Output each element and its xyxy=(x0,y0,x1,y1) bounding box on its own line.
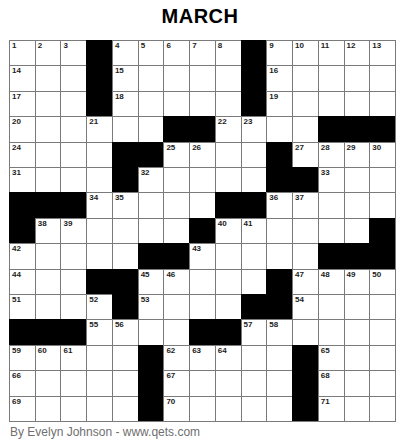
letter-cell[interactable]: 4 xyxy=(112,40,138,65)
letter-cell[interactable]: 55 xyxy=(86,319,112,344)
black-cell xyxy=(215,319,241,344)
letter-cell[interactable]: 42 xyxy=(9,243,35,268)
letter-cell[interactable] xyxy=(60,142,86,167)
letter-cell[interactable] xyxy=(344,345,370,370)
black-cell xyxy=(189,218,215,243)
letter-cell[interactable] xyxy=(60,269,86,294)
letter-cell[interactable] xyxy=(369,192,395,217)
black-cell xyxy=(9,319,35,344)
letter-cell[interactable]: 62 xyxy=(163,345,189,370)
letter-cell[interactable]: 67 xyxy=(163,370,189,395)
black-cell xyxy=(266,167,292,192)
black-cell xyxy=(112,142,138,167)
letter-cell[interactable] xyxy=(344,65,370,90)
letter-cell[interactable]: 15 xyxy=(112,65,138,90)
black-cell xyxy=(112,167,138,192)
letter-cell[interactable] xyxy=(266,396,292,421)
letter-cell[interactable]: 59 xyxy=(9,345,35,370)
black-cell xyxy=(86,269,112,294)
clue-number: 28 xyxy=(321,143,330,153)
letter-cell[interactable] xyxy=(292,218,318,243)
letter-cell[interactable]: 10 xyxy=(292,40,318,65)
letter-cell[interactable] xyxy=(344,370,370,395)
clue-number: 51 xyxy=(12,295,21,305)
clue-number: 49 xyxy=(347,270,356,280)
letter-cell[interactable] xyxy=(369,294,395,319)
clue-number: 35 xyxy=(115,193,124,203)
letter-cell[interactable] xyxy=(241,142,267,167)
letter-cell[interactable]: 71 xyxy=(318,396,344,421)
clue-number: 46 xyxy=(166,270,175,280)
letter-cell[interactable] xyxy=(189,167,215,192)
letter-cell[interactable] xyxy=(86,243,112,268)
letter-cell[interactable] xyxy=(318,218,344,243)
black-cell xyxy=(138,396,164,421)
letter-cell[interactable] xyxy=(292,91,318,116)
letter-cell[interactable] xyxy=(112,345,138,370)
clue-number: 38 xyxy=(38,219,47,229)
clue-number: 68 xyxy=(321,371,330,381)
black-cell xyxy=(344,243,370,268)
letter-cell[interactable] xyxy=(266,345,292,370)
clue-number: 5 xyxy=(141,41,145,51)
letter-cell[interactable] xyxy=(344,167,370,192)
clue-number: 32 xyxy=(141,168,150,178)
clue-number: 58 xyxy=(269,320,278,330)
clue-number: 47 xyxy=(295,270,304,280)
letter-cell[interactable] xyxy=(292,319,318,344)
clue-number: 30 xyxy=(372,143,381,153)
letter-cell[interactable]: 17 xyxy=(9,91,35,116)
clue-number: 62 xyxy=(166,346,175,356)
letter-cell[interactable]: 35 xyxy=(112,192,138,217)
letter-cell[interactable]: 38 xyxy=(35,218,61,243)
letter-cell[interactable] xyxy=(215,396,241,421)
clue-number: 9 xyxy=(269,41,273,51)
clue-number: 56 xyxy=(115,320,124,330)
letter-cell[interactable] xyxy=(86,218,112,243)
letter-cell[interactable]: 19 xyxy=(266,91,292,116)
clue-number: 40 xyxy=(218,219,227,229)
clue-number: 61 xyxy=(63,346,72,356)
letter-cell[interactable]: 66 xyxy=(9,370,35,395)
letter-cell[interactable] xyxy=(35,243,61,268)
clue-number: 64 xyxy=(218,346,227,356)
letter-cell[interactable]: 65 xyxy=(318,345,344,370)
letter-cell[interactable] xyxy=(189,396,215,421)
letter-cell[interactable] xyxy=(344,218,370,243)
letter-cell[interactable]: 52 xyxy=(86,294,112,319)
letter-cell[interactable] xyxy=(369,396,395,421)
clue-number: 43 xyxy=(192,244,201,254)
letter-cell[interactable]: 36 xyxy=(266,192,292,217)
black-cell xyxy=(369,243,395,268)
black-cell xyxy=(35,319,61,344)
letter-cell[interactable] xyxy=(369,91,395,116)
letter-cell[interactable]: 58 xyxy=(266,319,292,344)
letter-cell[interactable]: 61 xyxy=(60,345,86,370)
clue-number: 8 xyxy=(218,41,222,51)
letter-cell[interactable]: 16 xyxy=(266,65,292,90)
black-cell xyxy=(266,294,292,319)
clue-number: 2 xyxy=(38,41,42,51)
letter-cell[interactable]: 57 xyxy=(241,319,267,344)
letter-cell[interactable]: 1 xyxy=(9,40,35,65)
letter-cell[interactable]: 27 xyxy=(292,142,318,167)
letter-cell[interactable] xyxy=(112,370,138,395)
clue-number: 3 xyxy=(63,41,67,51)
letter-cell[interactable] xyxy=(215,269,241,294)
letter-cell[interactable] xyxy=(86,167,112,192)
letter-cell[interactable] xyxy=(35,396,61,421)
black-cell xyxy=(112,294,138,319)
letter-cell[interactable] xyxy=(292,116,318,141)
clue-number: 70 xyxy=(166,397,175,407)
letter-cell[interactable]: 12 xyxy=(344,40,370,65)
letter-cell[interactable] xyxy=(369,65,395,90)
letter-cell[interactable] xyxy=(163,192,189,217)
letter-cell[interactable] xyxy=(189,65,215,90)
clue-number: 54 xyxy=(295,295,304,305)
letter-cell[interactable]: 14 xyxy=(9,65,35,90)
clue-number: 48 xyxy=(321,270,330,280)
letter-cell[interactable] xyxy=(60,294,86,319)
letter-cell[interactable] xyxy=(112,243,138,268)
letter-cell[interactable] xyxy=(189,370,215,395)
black-cell xyxy=(138,243,164,268)
letter-cell[interactable] xyxy=(86,370,112,395)
letter-cell[interactable] xyxy=(138,319,164,344)
letter-cell[interactable] xyxy=(215,243,241,268)
black-cell xyxy=(241,91,267,116)
black-cell xyxy=(112,269,138,294)
letter-cell[interactable] xyxy=(215,91,241,116)
letter-cell[interactable] xyxy=(60,167,86,192)
letter-cell[interactable] xyxy=(86,396,112,421)
letter-cell[interactable]: 5 xyxy=(138,40,164,65)
letter-cell[interactable]: 29 xyxy=(344,142,370,167)
letter-cell[interactable] xyxy=(163,91,189,116)
letter-cell[interactable]: 2 xyxy=(35,40,61,65)
letter-cell[interactable]: 69 xyxy=(9,396,35,421)
black-cell xyxy=(292,167,318,192)
letter-cell[interactable] xyxy=(35,294,61,319)
clue-number: 22 xyxy=(218,117,227,127)
letter-cell[interactable] xyxy=(369,319,395,344)
letter-cell[interactable]: 60 xyxy=(35,345,61,370)
letter-cell[interactable] xyxy=(35,269,61,294)
black-cell xyxy=(60,192,86,217)
letter-cell[interactable] xyxy=(60,116,86,141)
letter-cell[interactable] xyxy=(266,116,292,141)
clue-number: 41 xyxy=(244,219,253,229)
letter-cell[interactable] xyxy=(241,396,267,421)
clue-number: 34 xyxy=(89,193,98,203)
black-cell xyxy=(189,116,215,141)
letter-cell[interactable] xyxy=(60,396,86,421)
clue-number: 14 xyxy=(12,66,21,76)
letter-cell[interactable]: 32 xyxy=(138,167,164,192)
letter-cell[interactable] xyxy=(215,294,241,319)
letter-cell[interactable] xyxy=(292,243,318,268)
letter-cell[interactable] xyxy=(241,167,267,192)
letter-cell[interactable]: 8 xyxy=(215,40,241,65)
letter-cell[interactable]: 37 xyxy=(292,192,318,217)
black-cell xyxy=(292,345,318,370)
letter-cell[interactable] xyxy=(215,370,241,395)
letter-cell[interactable] xyxy=(344,91,370,116)
black-cell xyxy=(292,370,318,395)
letter-cell[interactable] xyxy=(318,192,344,217)
clue-number: 57 xyxy=(244,320,253,330)
letter-cell[interactable]: 31 xyxy=(9,167,35,192)
black-cell xyxy=(318,116,344,141)
clue-number: 45 xyxy=(141,270,150,280)
letter-cell[interactable] xyxy=(266,370,292,395)
black-cell xyxy=(138,370,164,395)
clue-number: 52 xyxy=(89,295,98,305)
letter-cell[interactable]: 18 xyxy=(112,91,138,116)
black-cell xyxy=(241,294,267,319)
letter-cell[interactable] xyxy=(241,370,267,395)
letter-cell[interactable] xyxy=(266,243,292,268)
letter-cell[interactable] xyxy=(318,319,344,344)
clue-number: 20 xyxy=(12,117,21,127)
letter-cell[interactable]: 26 xyxy=(189,142,215,167)
clue-number: 71 xyxy=(321,397,330,407)
black-cell xyxy=(344,116,370,141)
letter-cell[interactable]: 46 xyxy=(163,269,189,294)
letter-cell[interactable]: 54 xyxy=(292,294,318,319)
black-cell xyxy=(241,40,267,65)
clue-number: 53 xyxy=(141,295,150,305)
letter-cell[interactable]: 24 xyxy=(9,142,35,167)
letter-cell[interactable]: 25 xyxy=(163,142,189,167)
letter-cell[interactable] xyxy=(60,65,86,90)
black-cell xyxy=(86,91,112,116)
letter-cell[interactable] xyxy=(241,269,267,294)
black-cell xyxy=(163,116,189,141)
black-cell xyxy=(189,319,215,344)
clue-number: 60 xyxy=(38,346,47,356)
letter-cell[interactable] xyxy=(292,65,318,90)
letter-cell[interactable]: 7 xyxy=(189,40,215,65)
letter-cell[interactable] xyxy=(163,294,189,319)
letter-cell[interactable]: 20 xyxy=(9,116,35,141)
letter-cell[interactable] xyxy=(35,370,61,395)
black-cell xyxy=(241,65,267,90)
clue-number: 18 xyxy=(115,92,124,102)
letter-cell[interactable] xyxy=(138,91,164,116)
letter-cell[interactable]: 23 xyxy=(241,116,267,141)
letter-cell[interactable]: 33 xyxy=(318,167,344,192)
letter-cell[interactable] xyxy=(138,192,164,217)
clue-number: 19 xyxy=(269,92,278,102)
clue-number: 11 xyxy=(321,41,329,51)
letter-cell[interactable] xyxy=(35,91,61,116)
clue-number: 12 xyxy=(347,41,356,51)
letter-cell[interactable]: 48 xyxy=(318,269,344,294)
letter-cell[interactable] xyxy=(215,167,241,192)
clue-number: 67 xyxy=(166,371,175,381)
black-cell xyxy=(86,65,112,90)
letter-cell[interactable]: 47 xyxy=(292,269,318,294)
page-title: MARCH xyxy=(0,4,400,28)
letter-cell[interactable]: 40 xyxy=(215,218,241,243)
letter-cell[interactable] xyxy=(60,91,86,116)
letter-cell[interactable] xyxy=(189,192,215,217)
letter-cell[interactable] xyxy=(35,65,61,90)
letter-cell[interactable] xyxy=(189,91,215,116)
letter-cell[interactable] xyxy=(369,370,395,395)
letter-cell[interactable]: 56 xyxy=(112,319,138,344)
clue-number: 31 xyxy=(12,168,21,178)
letter-cell[interactable]: 34 xyxy=(86,192,112,217)
letter-cell[interactable]: 50 xyxy=(369,269,395,294)
letter-cell[interactable] xyxy=(241,345,267,370)
clue-number: 69 xyxy=(12,397,21,407)
letter-cell[interactable]: 63 xyxy=(189,345,215,370)
letter-cell[interactable] xyxy=(112,396,138,421)
clue-number: 55 xyxy=(89,320,98,330)
letter-cell[interactable]: 21 xyxy=(86,116,112,141)
clue-number: 37 xyxy=(295,193,304,203)
letter-cell[interactable] xyxy=(35,142,61,167)
letter-cell[interactable]: 44 xyxy=(9,269,35,294)
clue-number: 65 xyxy=(321,346,330,356)
letter-cell[interactable]: 68 xyxy=(318,370,344,395)
letter-cell[interactable] xyxy=(344,294,370,319)
clue-number: 1 xyxy=(12,41,16,51)
clue-number: 25 xyxy=(166,143,175,153)
letter-cell[interactable] xyxy=(163,319,189,344)
letter-cell[interactable] xyxy=(60,370,86,395)
letter-cell[interactable]: 28 xyxy=(318,142,344,167)
letter-cell[interactable] xyxy=(344,396,370,421)
clue-number: 15 xyxy=(115,66,124,76)
letter-cell[interactable] xyxy=(189,269,215,294)
letter-cell[interactable] xyxy=(215,142,241,167)
letter-cell[interactable]: 43 xyxy=(189,243,215,268)
clue-number: 36 xyxy=(269,193,278,203)
byline: By Evelyn Johnson - www.qets.com xyxy=(10,425,400,439)
clue-number: 42 xyxy=(12,244,21,254)
crossword-grid: 1234567891011121314151617181920212223242… xyxy=(9,40,396,422)
black-cell xyxy=(138,142,164,167)
black-cell xyxy=(241,192,267,217)
clue-number: 63 xyxy=(192,346,201,356)
black-cell xyxy=(215,192,241,217)
clue-number: 17 xyxy=(12,92,21,102)
clue-number: 4 xyxy=(115,41,119,51)
letter-cell[interactable] xyxy=(318,65,344,90)
black-cell xyxy=(318,243,344,268)
clue-number: 50 xyxy=(372,270,381,280)
letter-cell[interactable] xyxy=(163,65,189,90)
clue-number: 10 xyxy=(295,41,304,51)
clue-number: 27 xyxy=(295,143,304,153)
clue-number: 24 xyxy=(12,143,21,153)
black-cell xyxy=(266,269,292,294)
clue-number: 33 xyxy=(321,168,330,178)
black-cell xyxy=(60,319,86,344)
letter-cell[interactable]: 11 xyxy=(318,40,344,65)
letter-cell[interactable] xyxy=(138,218,164,243)
letter-cell[interactable] xyxy=(318,91,344,116)
letter-cell[interactable] xyxy=(86,345,112,370)
letter-cell[interactable] xyxy=(266,218,292,243)
letter-cell[interactable]: 49 xyxy=(344,269,370,294)
black-cell xyxy=(35,192,61,217)
letter-cell[interactable]: 70 xyxy=(163,396,189,421)
letter-cell[interactable] xyxy=(86,142,112,167)
letter-cell[interactable] xyxy=(215,65,241,90)
black-cell xyxy=(138,345,164,370)
letter-cell[interactable] xyxy=(318,294,344,319)
letter-cell[interactable]: 30 xyxy=(369,142,395,167)
letter-cell[interactable] xyxy=(112,218,138,243)
clue-number: 39 xyxy=(63,219,72,229)
black-cell xyxy=(292,396,318,421)
clue-number: 23 xyxy=(244,117,253,127)
black-cell xyxy=(86,40,112,65)
clue-number: 26 xyxy=(192,143,201,153)
letter-cell[interactable] xyxy=(163,218,189,243)
black-cell xyxy=(369,116,395,141)
letter-cell[interactable]: 6 xyxy=(163,40,189,65)
clue-number: 44 xyxy=(12,270,21,280)
letter-cell[interactable] xyxy=(112,116,138,141)
clue-number: 13 xyxy=(372,41,381,51)
letter-cell[interactable] xyxy=(35,167,61,192)
letter-cell[interactable]: 13 xyxy=(369,40,395,65)
clue-number: 29 xyxy=(347,143,356,153)
letter-cell[interactable] xyxy=(369,167,395,192)
clue-number: 6 xyxy=(166,41,170,51)
letter-cell[interactable]: 41 xyxy=(241,218,267,243)
letter-cell[interactable]: 45 xyxy=(138,269,164,294)
clue-number: 21 xyxy=(89,117,98,127)
letter-cell[interactable]: 64 xyxy=(215,345,241,370)
black-cell xyxy=(266,142,292,167)
letter-cell[interactable] xyxy=(344,192,370,217)
letter-cell[interactable]: 22 xyxy=(215,116,241,141)
letter-cell[interactable] xyxy=(138,65,164,90)
black-cell xyxy=(163,243,189,268)
letter-cell[interactable]: 39 xyxy=(60,218,86,243)
letter-cell[interactable] xyxy=(241,243,267,268)
letter-cell[interactable]: 51 xyxy=(9,294,35,319)
letter-cell[interactable]: 9 xyxy=(266,40,292,65)
clue-number: 16 xyxy=(269,66,278,76)
letter-cell[interactable]: 3 xyxy=(60,40,86,65)
letter-cell[interactable] xyxy=(35,116,61,141)
letter-cell[interactable] xyxy=(189,294,215,319)
letter-cell[interactable] xyxy=(60,243,86,268)
letter-cell[interactable] xyxy=(138,116,164,141)
black-cell xyxy=(9,218,35,243)
letter-cell[interactable]: 53 xyxy=(138,294,164,319)
clue-number: 66 xyxy=(12,371,21,381)
black-cell xyxy=(369,218,395,243)
letter-cell[interactable] xyxy=(163,167,189,192)
clue-number: 59 xyxy=(12,346,21,356)
letter-cell[interactable] xyxy=(344,319,370,344)
clue-number: 7 xyxy=(192,41,196,51)
black-cell xyxy=(9,192,35,217)
letter-cell[interactable] xyxy=(369,345,395,370)
